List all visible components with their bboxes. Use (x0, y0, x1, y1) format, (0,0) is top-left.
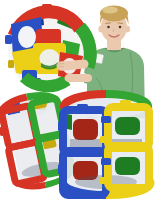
right-cylinder (58, 94, 153, 195)
ball-blue-window (18, 26, 36, 48)
photo-canvas (0, 0, 155, 200)
rcyl-tab-blue-left1 (58, 121, 64, 131)
ball-tab-yellow-left (8, 60, 14, 68)
rcyl-tab-blue-top (77, 104, 88, 110)
rcyl-interior-green-sliver (67, 114, 72, 130)
rcyl-tab-yellow-right2 (147, 159, 153, 169)
ball-tab-blue-left (5, 35, 12, 44)
rcyl-tab-blue-left2 (58, 164, 64, 174)
rcyl-tab-yellow-right1 (147, 118, 153, 128)
rcyl-interior-green-lower (115, 157, 140, 175)
rcyl-tab-blue-seam1 (101, 116, 111, 123)
ball-tab-green-right (88, 50, 94, 59)
rcyl-tab-yellow-seam1 (100, 136, 111, 143)
rcyl-tab-blue-seam2 (101, 158, 111, 165)
ball-tab-red-top (42, 4, 52, 9)
hair-highlight (102, 7, 118, 14)
rcyl-tab-yellow-top (120, 100, 131, 106)
rcyl-interior-green-upper (115, 117, 140, 135)
rcyl-interior-red-upper (73, 119, 98, 140)
scene-svg (0, 0, 155, 200)
hand-lower (65, 74, 75, 83)
hand-upper (57, 61, 68, 71)
rcyl-tab-yellow-seam2 (100, 177, 111, 184)
right-eye (119, 26, 122, 29)
left-eye (107, 26, 110, 29)
